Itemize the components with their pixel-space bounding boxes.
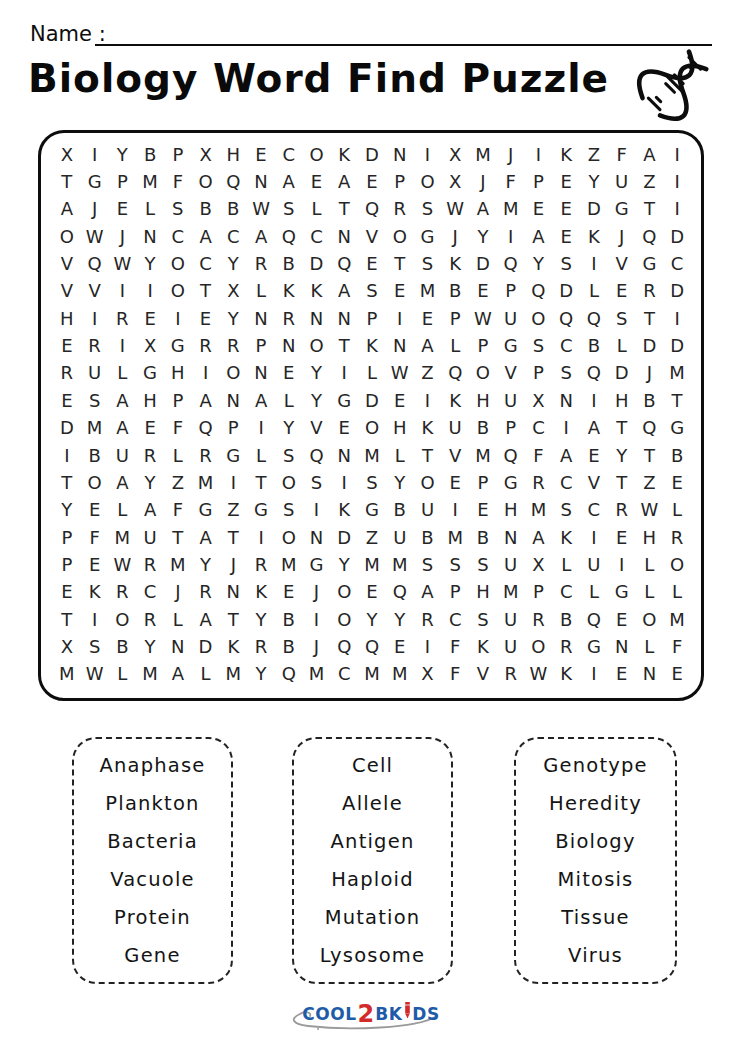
grid-cell-r20c23[interactable]: E bbox=[663, 661, 691, 688]
grid-cell-r8c7[interactable]: R bbox=[219, 332, 247, 359]
grid-cell-r18c18[interactable]: R bbox=[525, 606, 553, 633]
grid-cell-r11c15[interactable]: U bbox=[441, 415, 469, 442]
grid-cell-r19c21[interactable]: N bbox=[608, 633, 636, 660]
grid-cell-r12c8[interactable]: L bbox=[247, 442, 275, 469]
grid-cell-r1c2[interactable]: I bbox=[81, 141, 109, 168]
grid-cell-r4c22[interactable]: Q bbox=[636, 223, 664, 250]
grid-cell-r2c18[interactable]: P bbox=[525, 168, 553, 195]
grid-cell-r17c18[interactable]: P bbox=[525, 579, 553, 606]
grid-cell-r1c10[interactable]: O bbox=[303, 141, 331, 168]
grid-cell-r1c19[interactable]: K bbox=[552, 141, 580, 168]
grid-cell-r2c2[interactable]: G bbox=[81, 168, 109, 195]
grid-cell-r15c13[interactable]: U bbox=[386, 524, 414, 551]
grid-cell-r2c1[interactable]: T bbox=[53, 168, 81, 195]
grid-cell-r15c9[interactable]: O bbox=[275, 524, 303, 551]
grid-cell-r8c12[interactable]: K bbox=[358, 332, 386, 359]
grid-cell-r9c2[interactable]: U bbox=[81, 360, 109, 387]
grid-cell-r4c1[interactable]: O bbox=[53, 223, 81, 250]
grid-cell-r20c10[interactable]: M bbox=[303, 661, 331, 688]
grid-cell-r2c5[interactable]: F bbox=[164, 168, 192, 195]
grid-cell-r3c8[interactable]: W bbox=[247, 196, 275, 223]
grid-cell-r2c8[interactable]: N bbox=[247, 168, 275, 195]
grid-cell-r16c19[interactable]: L bbox=[552, 551, 580, 578]
grid-cell-r12c14[interactable]: T bbox=[414, 442, 442, 469]
grid-cell-r15c20[interactable]: I bbox=[580, 524, 608, 551]
grid-cell-r17c23[interactable]: L bbox=[663, 579, 691, 606]
grid-cell-r10c9[interactable]: L bbox=[275, 387, 303, 414]
grid-cell-r19c11[interactable]: Q bbox=[330, 633, 358, 660]
grid-cell-r14c10[interactable]: I bbox=[303, 497, 331, 524]
grid-cell-r10c5[interactable]: P bbox=[164, 387, 192, 414]
grid-cell-r11c22[interactable]: Q bbox=[636, 415, 664, 442]
grid-cell-r19c16[interactable]: K bbox=[469, 633, 497, 660]
grid-cell-r19c4[interactable]: Y bbox=[136, 633, 164, 660]
grid-cell-r15c8[interactable]: I bbox=[247, 524, 275, 551]
grid-cell-r10c15[interactable]: K bbox=[441, 387, 469, 414]
grid-cell-r17c10[interactable]: J bbox=[303, 579, 331, 606]
grid-cell-r12c17[interactable]: Q bbox=[497, 442, 525, 469]
grid-cell-r9c3[interactable]: L bbox=[108, 360, 136, 387]
grid-cell-r8c18[interactable]: S bbox=[525, 332, 553, 359]
grid-cell-r6c6[interactable]: T bbox=[192, 278, 220, 305]
grid-cell-r6c22[interactable]: R bbox=[636, 278, 664, 305]
grid-cell-r17c22[interactable]: L bbox=[636, 579, 664, 606]
grid-cell-r3c1[interactable]: A bbox=[53, 196, 81, 223]
grid-cell-r19c3[interactable]: B bbox=[108, 633, 136, 660]
grid-cell-r15c16[interactable]: B bbox=[469, 524, 497, 551]
grid-cell-r3c7[interactable]: B bbox=[219, 196, 247, 223]
grid-cell-r16c17[interactable]: U bbox=[497, 551, 525, 578]
grid-cell-r5c15[interactable]: K bbox=[441, 250, 469, 277]
grid-cell-r7c6[interactable]: E bbox=[192, 305, 220, 332]
grid-cell-r7c19[interactable]: Q bbox=[552, 305, 580, 332]
grid-cell-r16c18[interactable]: X bbox=[525, 551, 553, 578]
grid-cell-r9c7[interactable]: O bbox=[219, 360, 247, 387]
grid-cell-r13c14[interactable]: O bbox=[414, 469, 442, 496]
grid-cell-r11c19[interactable]: I bbox=[552, 415, 580, 442]
grid-cell-r15c18[interactable]: A bbox=[525, 524, 553, 551]
grid-cell-r3c3[interactable]: E bbox=[108, 196, 136, 223]
grid-cell-r14c8[interactable]: G bbox=[247, 497, 275, 524]
grid-cell-r4c13[interactable]: O bbox=[386, 223, 414, 250]
grid-cell-r17c2[interactable]: K bbox=[81, 579, 109, 606]
grid-cell-r14c15[interactable]: I bbox=[441, 497, 469, 524]
grid-cell-r1c17[interactable]: J bbox=[497, 141, 525, 168]
grid-cell-r1c6[interactable]: X bbox=[192, 141, 220, 168]
grid-cell-r8c16[interactable]: P bbox=[469, 332, 497, 359]
grid-cell-r13c13[interactable]: Y bbox=[386, 469, 414, 496]
grid-cell-r1c7[interactable]: H bbox=[219, 141, 247, 168]
grid-cell-r16c13[interactable]: M bbox=[386, 551, 414, 578]
grid-cell-r15c1[interactable]: P bbox=[53, 524, 81, 551]
grid-cell-r7c16[interactable]: W bbox=[469, 305, 497, 332]
grid-cell-r20c22[interactable]: N bbox=[636, 661, 664, 688]
grid-cell-r15c19[interactable]: K bbox=[552, 524, 580, 551]
grid-cell-r5c7[interactable]: Y bbox=[219, 250, 247, 277]
grid-cell-r4c20[interactable]: K bbox=[580, 223, 608, 250]
grid-cell-r3c21[interactable]: G bbox=[608, 196, 636, 223]
grid-cell-r14c21[interactable]: R bbox=[608, 497, 636, 524]
grid-cell-r7c22[interactable]: T bbox=[636, 305, 664, 332]
grid-cell-r10c19[interactable]: N bbox=[552, 387, 580, 414]
grid-cell-r7c11[interactable]: N bbox=[330, 305, 358, 332]
grid-cell-r14c11[interactable]: K bbox=[330, 497, 358, 524]
grid-cell-r5c9[interactable]: B bbox=[275, 250, 303, 277]
grid-cell-r15c6[interactable]: A bbox=[192, 524, 220, 551]
grid-cell-r1c4[interactable]: B bbox=[136, 141, 164, 168]
grid-cell-r13c18[interactable]: R bbox=[525, 469, 553, 496]
grid-cell-r18c4[interactable]: R bbox=[136, 606, 164, 633]
grid-cell-r3c23[interactable]: I bbox=[663, 196, 691, 223]
grid-cell-r1c15[interactable]: X bbox=[441, 141, 469, 168]
grid-cell-r14c2[interactable]: E bbox=[81, 497, 109, 524]
grid-cell-r3c5[interactable]: S bbox=[164, 196, 192, 223]
grid-cell-r14c5[interactable]: F bbox=[164, 497, 192, 524]
grid-cell-r2c22[interactable]: Z bbox=[636, 168, 664, 195]
grid-cell-r8c15[interactable]: L bbox=[441, 332, 469, 359]
grid-cell-r5c8[interactable]: R bbox=[247, 250, 275, 277]
grid-cell-r10c7[interactable]: N bbox=[219, 387, 247, 414]
grid-cell-r12c9[interactable]: S bbox=[275, 442, 303, 469]
grid-cell-r12c13[interactable]: L bbox=[386, 442, 414, 469]
grid-cell-r2c14[interactable]: O bbox=[414, 168, 442, 195]
grid-cell-r4c19[interactable]: E bbox=[552, 223, 580, 250]
grid-cell-r1c16[interactable]: M bbox=[469, 141, 497, 168]
grid-cell-r13c12[interactable]: S bbox=[358, 469, 386, 496]
grid-cell-r14c19[interactable]: S bbox=[552, 497, 580, 524]
grid-cell-r8c14[interactable]: A bbox=[414, 332, 442, 359]
grid-cell-r1c5[interactable]: P bbox=[164, 141, 192, 168]
grid-cell-r4c12[interactable]: V bbox=[358, 223, 386, 250]
grid-cell-r1c12[interactable]: D bbox=[358, 141, 386, 168]
grid-cell-r16c16[interactable]: S bbox=[469, 551, 497, 578]
grid-cell-r5c16[interactable]: D bbox=[469, 250, 497, 277]
grid-cell-r10c17[interactable]: U bbox=[497, 387, 525, 414]
grid-cell-r9c23[interactable]: M bbox=[663, 360, 691, 387]
grid-cell-r10c23[interactable]: T bbox=[663, 387, 691, 414]
grid-cell-r19c13[interactable]: E bbox=[386, 633, 414, 660]
grid-cell-r20c17[interactable]: R bbox=[497, 661, 525, 688]
grid-cell-r20c4[interactable]: M bbox=[136, 661, 164, 688]
grid-cell-r2c6[interactable]: O bbox=[192, 168, 220, 195]
grid-cell-r11c20[interactable]: A bbox=[580, 415, 608, 442]
grid-cell-r5c18[interactable]: Y bbox=[525, 250, 553, 277]
grid-cell-r15c21[interactable]: E bbox=[608, 524, 636, 551]
grid-cell-r10c2[interactable]: S bbox=[81, 387, 109, 414]
grid-cell-r1c9[interactable]: C bbox=[275, 141, 303, 168]
grid-cell-r20c1[interactable]: M bbox=[53, 661, 81, 688]
grid-cell-r9c13[interactable]: W bbox=[386, 360, 414, 387]
grid-cell-r6c23[interactable]: D bbox=[663, 278, 691, 305]
grid-cell-r3c12[interactable]: Q bbox=[358, 196, 386, 223]
grid-cell-r16c10[interactable]: G bbox=[303, 551, 331, 578]
grid-cell-r3c19[interactable]: E bbox=[552, 196, 580, 223]
grid-cell-r8c23[interactable]: D bbox=[663, 332, 691, 359]
grid-cell-r8c1[interactable]: E bbox=[53, 332, 81, 359]
grid-cell-r9c11[interactable]: I bbox=[330, 360, 358, 387]
name-input-line[interactable] bbox=[95, 20, 712, 46]
grid-cell-r2c17[interactable]: F bbox=[497, 168, 525, 195]
grid-cell-r17c16[interactable]: H bbox=[469, 579, 497, 606]
grid-cell-r9c9[interactable]: E bbox=[275, 360, 303, 387]
grid-cell-r19c12[interactable]: Q bbox=[358, 633, 386, 660]
grid-cell-r9c8[interactable]: N bbox=[247, 360, 275, 387]
grid-cell-r15c7[interactable]: T bbox=[219, 524, 247, 551]
grid-cell-r17c1[interactable]: E bbox=[53, 579, 81, 606]
grid-cell-r8c10[interactable]: O bbox=[303, 332, 331, 359]
grid-cell-r10c16[interactable]: H bbox=[469, 387, 497, 414]
grid-cell-r7c8[interactable]: N bbox=[247, 305, 275, 332]
grid-cell-r4c21[interactable]: J bbox=[608, 223, 636, 250]
grid-cell-r2c13[interactable]: P bbox=[386, 168, 414, 195]
grid-cell-r4c14[interactable]: G bbox=[414, 223, 442, 250]
grid-cell-r9c14[interactable]: Z bbox=[414, 360, 442, 387]
grid-cell-r5c1[interactable]: V bbox=[53, 250, 81, 277]
grid-cell-r1c20[interactable]: Z bbox=[580, 141, 608, 168]
grid-cell-r8c13[interactable]: N bbox=[386, 332, 414, 359]
grid-cell-r20c21[interactable]: E bbox=[608, 661, 636, 688]
grid-cell-r14c7[interactable]: Z bbox=[219, 497, 247, 524]
grid-cell-r20c12[interactable]: M bbox=[358, 661, 386, 688]
grid-cell-r8c20[interactable]: B bbox=[580, 332, 608, 359]
grid-cell-r5c23[interactable]: C bbox=[663, 250, 691, 277]
grid-cell-r14c17[interactable]: H bbox=[497, 497, 525, 524]
grid-cell-r2c21[interactable]: U bbox=[608, 168, 636, 195]
grid-cell-r3c14[interactable]: S bbox=[414, 196, 442, 223]
grid-cell-r18c13[interactable]: Y bbox=[386, 606, 414, 633]
grid-cell-r12c3[interactable]: U bbox=[108, 442, 136, 469]
grid-cell-r6c4[interactable]: I bbox=[136, 278, 164, 305]
grid-cell-r6c9[interactable]: K bbox=[275, 278, 303, 305]
grid-cell-r17c20[interactable]: L bbox=[580, 579, 608, 606]
grid-cell-r10c20[interactable]: I bbox=[580, 387, 608, 414]
grid-cell-r7c15[interactable]: P bbox=[441, 305, 469, 332]
grid-cell-r7c13[interactable]: I bbox=[386, 305, 414, 332]
grid-cell-r11c6[interactable]: Q bbox=[192, 415, 220, 442]
grid-cell-r19c14[interactable]: I bbox=[414, 633, 442, 660]
grid-cell-r19c9[interactable]: B bbox=[275, 633, 303, 660]
grid-cell-r17c17[interactable]: M bbox=[497, 579, 525, 606]
grid-cell-r12c2[interactable]: B bbox=[81, 442, 109, 469]
grid-cell-r8c2[interactable]: R bbox=[81, 332, 109, 359]
grid-cell-r17c11[interactable]: O bbox=[330, 579, 358, 606]
grid-cell-r9c4[interactable]: G bbox=[136, 360, 164, 387]
grid-cell-r3c4[interactable]: L bbox=[136, 196, 164, 223]
grid-cell-r18c14[interactable]: R bbox=[414, 606, 442, 633]
grid-cell-r19c22[interactable]: L bbox=[636, 633, 664, 660]
grid-cell-r15c12[interactable]: Z bbox=[358, 524, 386, 551]
grid-cell-r5c3[interactable]: W bbox=[108, 250, 136, 277]
grid-cell-r10c4[interactable]: H bbox=[136, 387, 164, 414]
grid-cell-r2c16[interactable]: J bbox=[469, 168, 497, 195]
grid-cell-r14c4[interactable]: A bbox=[136, 497, 164, 524]
grid-cell-r7c21[interactable]: S bbox=[608, 305, 636, 332]
grid-cell-r19c2[interactable]: S bbox=[81, 633, 109, 660]
grid-cell-r13c9[interactable]: O bbox=[275, 469, 303, 496]
grid-cell-r7c14[interactable]: E bbox=[414, 305, 442, 332]
grid-cell-r5c17[interactable]: Q bbox=[497, 250, 525, 277]
grid-cell-r12c16[interactable]: M bbox=[469, 442, 497, 469]
grid-cell-r10c3[interactable]: A bbox=[108, 387, 136, 414]
grid-cell-r19c19[interactable]: R bbox=[552, 633, 580, 660]
grid-cell-r12c10[interactable]: Q bbox=[303, 442, 331, 469]
grid-cell-r12c19[interactable]: A bbox=[552, 442, 580, 469]
grid-cell-r17c3[interactable]: R bbox=[108, 579, 136, 606]
grid-cell-r6c17[interactable]: P bbox=[497, 278, 525, 305]
grid-cell-r4c2[interactable]: W bbox=[81, 223, 109, 250]
grid-cell-r13c23[interactable]: E bbox=[663, 469, 691, 496]
grid-cell-r7c7[interactable]: Y bbox=[219, 305, 247, 332]
grid-cell-r20c2[interactable]: W bbox=[81, 661, 109, 688]
grid-cell-r4c7[interactable]: C bbox=[219, 223, 247, 250]
grid-cell-r5c22[interactable]: G bbox=[636, 250, 664, 277]
grid-cell-r11c21[interactable]: T bbox=[608, 415, 636, 442]
grid-cell-r7c12[interactable]: P bbox=[358, 305, 386, 332]
grid-cell-r12c21[interactable]: Y bbox=[608, 442, 636, 469]
grid-cell-r5c20[interactable]: I bbox=[580, 250, 608, 277]
grid-cell-r14c16[interactable]: E bbox=[469, 497, 497, 524]
grid-cell-r18c8[interactable]: Y bbox=[247, 606, 275, 633]
grid-cell-r8c11[interactable]: T bbox=[330, 332, 358, 359]
grid-cell-r14c18[interactable]: M bbox=[525, 497, 553, 524]
grid-cell-r14c23[interactable]: L bbox=[663, 497, 691, 524]
grid-cell-r13c21[interactable]: T bbox=[608, 469, 636, 496]
grid-cell-r8c8[interactable]: P bbox=[247, 332, 275, 359]
grid-cell-r6c10[interactable]: K bbox=[303, 278, 331, 305]
grid-cell-r18c9[interactable]: B bbox=[275, 606, 303, 633]
grid-cell-r14c1[interactable]: Y bbox=[53, 497, 81, 524]
grid-cell-r14c9[interactable]: S bbox=[275, 497, 303, 524]
grid-cell-r7c10[interactable]: N bbox=[303, 305, 331, 332]
grid-cell-r4c9[interactable]: Q bbox=[275, 223, 303, 250]
grid-cell-r5c19[interactable]: S bbox=[552, 250, 580, 277]
grid-cell-r8c17[interactable]: G bbox=[497, 332, 525, 359]
grid-cell-r16c15[interactable]: S bbox=[441, 551, 469, 578]
grid-cell-r11c11[interactable]: E bbox=[330, 415, 358, 442]
grid-cell-r14c12[interactable]: G bbox=[358, 497, 386, 524]
grid-cell-r4c3[interactable]: J bbox=[108, 223, 136, 250]
grid-cell-r11c1[interactable]: D bbox=[53, 415, 81, 442]
grid-cell-r4c5[interactable]: C bbox=[164, 223, 192, 250]
grid-cell-r9c20[interactable]: Q bbox=[580, 360, 608, 387]
grid-cell-r4c6[interactable]: A bbox=[192, 223, 220, 250]
grid-cell-r8c3[interactable]: I bbox=[108, 332, 136, 359]
grid-cell-r3c10[interactable]: L bbox=[303, 196, 331, 223]
grid-cell-r4c23[interactable]: D bbox=[663, 223, 691, 250]
grid-cell-r14c6[interactable]: G bbox=[192, 497, 220, 524]
grid-cell-r17c19[interactable]: C bbox=[552, 579, 580, 606]
grid-cell-r7c4[interactable]: E bbox=[136, 305, 164, 332]
grid-cell-r10c13[interactable]: E bbox=[386, 387, 414, 414]
grid-cell-r2c10[interactable]: E bbox=[303, 168, 331, 195]
grid-cell-r20c19[interactable]: K bbox=[552, 661, 580, 688]
grid-cell-r4c8[interactable]: A bbox=[247, 223, 275, 250]
grid-cell-r11c3[interactable]: A bbox=[108, 415, 136, 442]
grid-cell-r16c8[interactable]: R bbox=[247, 551, 275, 578]
grid-cell-r18c16[interactable]: S bbox=[469, 606, 497, 633]
grid-cell-r8c19[interactable]: C bbox=[552, 332, 580, 359]
grid-cell-r5c2[interactable]: Q bbox=[81, 250, 109, 277]
grid-cell-r15c5[interactable]: T bbox=[164, 524, 192, 551]
grid-cell-r15c17[interactable]: N bbox=[497, 524, 525, 551]
grid-cell-r1c22[interactable]: A bbox=[636, 141, 664, 168]
grid-cell-r11c12[interactable]: O bbox=[358, 415, 386, 442]
grid-cell-r6c2[interactable]: V bbox=[81, 278, 109, 305]
grid-cell-r17c5[interactable]: J bbox=[164, 579, 192, 606]
grid-cell-r16c11[interactable]: Y bbox=[330, 551, 358, 578]
grid-cell-r19c5[interactable]: N bbox=[164, 633, 192, 660]
grid-cell-r10c1[interactable]: E bbox=[53, 387, 81, 414]
grid-cell-r13c22[interactable]: Z bbox=[636, 469, 664, 496]
grid-cell-r17c12[interactable]: E bbox=[358, 579, 386, 606]
grid-cell-r12c7[interactable]: G bbox=[219, 442, 247, 469]
grid-cell-r1c18[interactable]: I bbox=[525, 141, 553, 168]
grid-cell-r19c23[interactable]: F bbox=[663, 633, 691, 660]
grid-cell-r19c7[interactable]: K bbox=[219, 633, 247, 660]
grid-cell-r11c10[interactable]: V bbox=[303, 415, 331, 442]
grid-cell-r1c13[interactable]: N bbox=[386, 141, 414, 168]
grid-cell-r1c14[interactable]: I bbox=[414, 141, 442, 168]
grid-cell-r20c9[interactable]: Q bbox=[275, 661, 303, 688]
grid-cell-r20c16[interactable]: V bbox=[469, 661, 497, 688]
grid-cell-r18c22[interactable]: O bbox=[636, 606, 664, 633]
grid-cell-r7c23[interactable]: I bbox=[663, 305, 691, 332]
grid-cell-r2c15[interactable]: X bbox=[441, 168, 469, 195]
grid-cell-r11c8[interactable]: I bbox=[247, 415, 275, 442]
grid-cell-r10c12[interactable]: D bbox=[358, 387, 386, 414]
grid-cell-r13c7[interactable]: I bbox=[219, 469, 247, 496]
grid-cell-r18c6[interactable]: A bbox=[192, 606, 220, 633]
grid-cell-r5c5[interactable]: O bbox=[164, 250, 192, 277]
grid-cell-r17c7[interactable]: N bbox=[219, 579, 247, 606]
grid-cell-r15c4[interactable]: U bbox=[136, 524, 164, 551]
grid-cell-r3c16[interactable]: A bbox=[469, 196, 497, 223]
grid-cell-r15c14[interactable]: B bbox=[414, 524, 442, 551]
grid-cell-r19c20[interactable]: G bbox=[580, 633, 608, 660]
grid-cell-r6c5[interactable]: O bbox=[164, 278, 192, 305]
grid-cell-r4c11[interactable]: N bbox=[330, 223, 358, 250]
grid-cell-r12c20[interactable]: E bbox=[580, 442, 608, 469]
grid-cell-r6c15[interactable]: B bbox=[441, 278, 469, 305]
grid-cell-r6c19[interactable]: D bbox=[552, 278, 580, 305]
grid-cell-r6c21[interactable]: E bbox=[608, 278, 636, 305]
grid-cell-r20c8[interactable]: Y bbox=[247, 661, 275, 688]
grid-cell-r7c3[interactable]: R bbox=[108, 305, 136, 332]
grid-cell-r4c10[interactable]: C bbox=[303, 223, 331, 250]
grid-cell-r12c15[interactable]: V bbox=[441, 442, 469, 469]
grid-cell-r16c21[interactable]: I bbox=[608, 551, 636, 578]
grid-cell-r13c2[interactable]: O bbox=[81, 469, 109, 496]
grid-cell-r7c17[interactable]: U bbox=[497, 305, 525, 332]
grid-cell-r5c4[interactable]: Y bbox=[136, 250, 164, 277]
grid-cell-r10c10[interactable]: Y bbox=[303, 387, 331, 414]
grid-cell-r9c15[interactable]: Q bbox=[441, 360, 469, 387]
grid-cell-r5c21[interactable]: V bbox=[608, 250, 636, 277]
grid-cell-r13c16[interactable]: P bbox=[469, 469, 497, 496]
grid-cell-r20c11[interactable]: C bbox=[330, 661, 358, 688]
grid-cell-r3c17[interactable]: M bbox=[497, 196, 525, 223]
grid-cell-r1c1[interactable]: X bbox=[53, 141, 81, 168]
grid-cell-r15c22[interactable]: H bbox=[636, 524, 664, 551]
grid-cell-r12c5[interactable]: L bbox=[164, 442, 192, 469]
grid-cell-r6c14[interactable]: M bbox=[414, 278, 442, 305]
grid-cell-r16c5[interactable]: M bbox=[164, 551, 192, 578]
grid-cell-r9c16[interactable]: O bbox=[469, 360, 497, 387]
grid-cell-r17c8[interactable]: K bbox=[247, 579, 275, 606]
grid-cell-r4c16[interactable]: Y bbox=[469, 223, 497, 250]
grid-cell-r18c20[interactable]: Q bbox=[580, 606, 608, 633]
grid-cell-r3c18[interactable]: E bbox=[525, 196, 553, 223]
